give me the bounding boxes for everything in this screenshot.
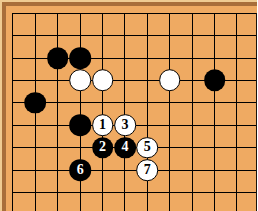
intersection[interactable] xyxy=(159,24,181,46)
intersection[interactable] xyxy=(136,204,158,211)
white-stone[interactable]: 7 xyxy=(137,159,159,181)
intersection[interactable] xyxy=(47,92,69,114)
move-number: 5 xyxy=(144,141,151,155)
intersection[interactable] xyxy=(91,47,113,69)
intersection[interactable] xyxy=(24,92,46,114)
intersection[interactable] xyxy=(203,24,225,46)
intersection[interactable] xyxy=(159,136,181,158)
intersection[interactable] xyxy=(181,159,203,181)
intersection[interactable] xyxy=(181,136,203,158)
intersection[interactable] xyxy=(24,204,46,211)
black-stone[interactable] xyxy=(204,70,226,92)
intersection[interactable] xyxy=(181,181,203,203)
intersection[interactable] xyxy=(69,136,91,158)
intersection[interactable] xyxy=(114,159,136,181)
intersection[interactable] xyxy=(181,92,203,114)
black-stone[interactable] xyxy=(69,47,91,69)
intersection[interactable] xyxy=(203,159,225,181)
intersection[interactable] xyxy=(136,69,158,91)
intersection[interactable] xyxy=(47,204,69,211)
black-stone[interactable]: 6 xyxy=(69,159,91,181)
intersection[interactable] xyxy=(159,181,181,203)
move-number: 4 xyxy=(121,141,128,155)
intersection[interactable] xyxy=(226,159,248,181)
white-stone[interactable]: 5 xyxy=(137,137,159,159)
intersection[interactable] xyxy=(159,92,181,114)
intersection[interactable] xyxy=(24,69,46,91)
intersection[interactable] xyxy=(24,47,46,69)
intersection[interactable] xyxy=(69,204,91,211)
intersection[interactable] xyxy=(114,92,136,114)
intersection[interactable] xyxy=(159,69,181,91)
intersection[interactable] xyxy=(47,24,69,46)
black-stone[interactable]: 2 xyxy=(92,137,114,159)
white-stone[interactable]: 1 xyxy=(92,114,114,136)
white-stone[interactable]: 3 xyxy=(114,114,136,136)
intersection[interactable] xyxy=(69,181,91,203)
black-stone[interactable] xyxy=(69,114,91,136)
intersection[interactable] xyxy=(91,159,113,181)
intersection[interactable] xyxy=(69,47,91,69)
intersection[interactable] xyxy=(69,69,91,91)
intersection[interactable]: 2 xyxy=(91,136,113,158)
intersection[interactable] xyxy=(136,24,158,46)
white-stone[interactable] xyxy=(159,70,181,92)
intersection[interactable] xyxy=(91,204,113,211)
intersection[interactable] xyxy=(114,181,136,203)
intersection[interactable] xyxy=(136,47,158,69)
go-diagram: 1324567 xyxy=(0,0,257,211)
intersection[interactable] xyxy=(181,24,203,46)
intersection[interactable] xyxy=(24,181,46,203)
intersection[interactable] xyxy=(136,181,158,203)
intersection[interactable] xyxy=(47,47,69,69)
intersection[interactable] xyxy=(24,24,46,46)
intersection[interactable] xyxy=(24,159,46,181)
intersection[interactable]: 3 xyxy=(114,114,136,136)
intersection[interactable] xyxy=(203,114,225,136)
intersection[interactable]: 4 xyxy=(114,136,136,158)
intersection[interactable] xyxy=(47,136,69,158)
board-frame-top-edge xyxy=(0,2,257,6)
intersection[interactable] xyxy=(136,92,158,114)
intersection[interactable] xyxy=(69,24,91,46)
intersection[interactable] xyxy=(181,69,203,91)
intersection[interactable] xyxy=(203,204,225,211)
intersection[interactable] xyxy=(226,114,248,136)
intersection[interactable] xyxy=(226,47,248,69)
intersection[interactable] xyxy=(159,204,181,211)
intersection[interactable] xyxy=(226,92,248,114)
intersection[interactable] xyxy=(226,24,248,46)
black-stone[interactable]: 4 xyxy=(114,137,136,159)
intersection[interactable] xyxy=(226,69,248,91)
intersection[interactable]: 5 xyxy=(136,136,158,158)
intersection[interactable] xyxy=(136,114,158,136)
intersection[interactable] xyxy=(159,159,181,181)
intersection[interactable] xyxy=(114,69,136,91)
intersection[interactable] xyxy=(226,204,248,211)
intersection[interactable] xyxy=(159,47,181,69)
go-board[interactable]: 1324567 xyxy=(2,2,257,211)
intersection[interactable] xyxy=(47,114,69,136)
intersection[interactable] xyxy=(114,204,136,211)
intersection[interactable] xyxy=(181,47,203,69)
intersection[interactable] xyxy=(159,114,181,136)
white-stone[interactable] xyxy=(69,70,91,92)
intersection[interactable] xyxy=(91,92,113,114)
intersection[interactable] xyxy=(47,69,69,91)
intersection[interactable] xyxy=(69,114,91,136)
white-stone[interactable] xyxy=(92,70,114,92)
intersection[interactable] xyxy=(181,204,203,211)
black-stone[interactable] xyxy=(25,92,47,114)
intersection[interactable] xyxy=(226,136,248,158)
intersection[interactable] xyxy=(24,114,46,136)
intersection[interactable] xyxy=(226,181,248,203)
intersection[interactable] xyxy=(181,114,203,136)
intersection[interactable] xyxy=(91,24,113,46)
intersection[interactable] xyxy=(24,136,46,158)
intersection[interactable] xyxy=(91,69,113,91)
move-number: 7 xyxy=(144,163,151,177)
board-cut-right-gridline xyxy=(256,13,258,211)
intersection[interactable]: 1 xyxy=(91,114,113,136)
move-number: 6 xyxy=(77,163,84,177)
intersection[interactable] xyxy=(203,136,225,158)
move-number: 3 xyxy=(121,118,128,132)
intersection[interactable] xyxy=(91,181,113,203)
intersection[interactable] xyxy=(203,47,225,69)
intersection[interactable] xyxy=(203,69,225,91)
intersection[interactable] xyxy=(69,92,91,114)
intersection[interactable] xyxy=(203,181,225,203)
intersection[interactable] xyxy=(203,92,225,114)
intersection[interactable] xyxy=(114,47,136,69)
black-stone[interactable] xyxy=(47,47,69,69)
intersection[interactable]: 7 xyxy=(136,159,158,181)
intersection[interactable] xyxy=(47,159,69,181)
intersection[interactable] xyxy=(47,181,69,203)
move-number: 1 xyxy=(99,118,106,132)
intersection[interactable]: 6 xyxy=(69,159,91,181)
board-frame-left-edge xyxy=(2,2,6,211)
intersection[interactable] xyxy=(114,24,136,46)
move-number: 2 xyxy=(99,141,106,155)
